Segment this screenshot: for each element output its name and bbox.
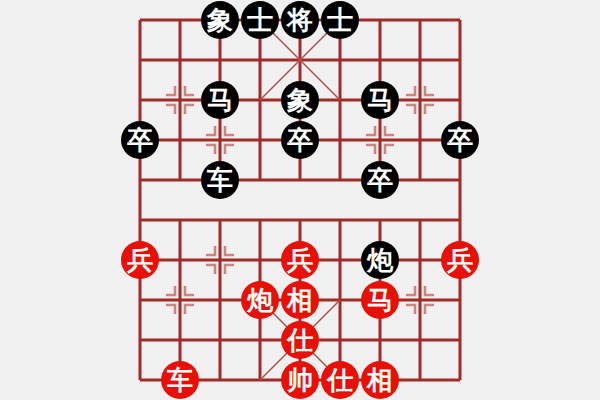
piece-red-soldier[interactable]: 兵 [121, 241, 159, 279]
piece-black-soldier[interactable]: 卒 [281, 121, 319, 159]
piece-black-soldier[interactable]: 卒 [121, 121, 159, 159]
piece-red-cannon[interactable]: 炮 [241, 281, 279, 319]
piece-red-horse[interactable]: 马 [361, 281, 399, 319]
xiangqi-screenshot: 象士将士马象马卒卒卒车卒兵兵炮兵炮相马仕车帅仕相 [0, 0, 600, 400]
piece-black-chariot[interactable]: 车 [201, 161, 239, 199]
piece-red-elephant[interactable]: 相 [361, 361, 399, 399]
piece-red-chariot[interactable]: 车 [161, 361, 199, 399]
piece-red-elephant[interactable]: 相 [281, 281, 319, 319]
piece-black-horse[interactable]: 马 [361, 81, 399, 119]
piece-black-general[interactable]: 将 [281, 1, 319, 39]
piece-red-general[interactable]: 帅 [281, 361, 319, 399]
piece-red-soldier[interactable]: 兵 [441, 241, 479, 279]
piece-black-elephant[interactable]: 象 [201, 1, 239, 39]
piece-red-soldier[interactable]: 兵 [281, 241, 319, 279]
piece-black-soldier[interactable]: 卒 [441, 121, 479, 159]
piece-layer: 象士将士马象马卒卒卒车卒兵兵炮兵炮相马仕车帅仕相 [120, 0, 480, 400]
piece-red-advisor[interactable]: 仕 [321, 361, 359, 399]
piece-black-cannon[interactable]: 炮 [361, 241, 399, 279]
piece-black-soldier[interactable]: 卒 [361, 161, 399, 199]
piece-black-elephant[interactable]: 象 [281, 81, 319, 119]
piece-red-advisor[interactable]: 仕 [281, 321, 319, 359]
piece-black-advisor[interactable]: 士 [321, 1, 359, 39]
piece-black-advisor[interactable]: 士 [241, 1, 279, 39]
piece-black-horse[interactable]: 马 [201, 81, 239, 119]
